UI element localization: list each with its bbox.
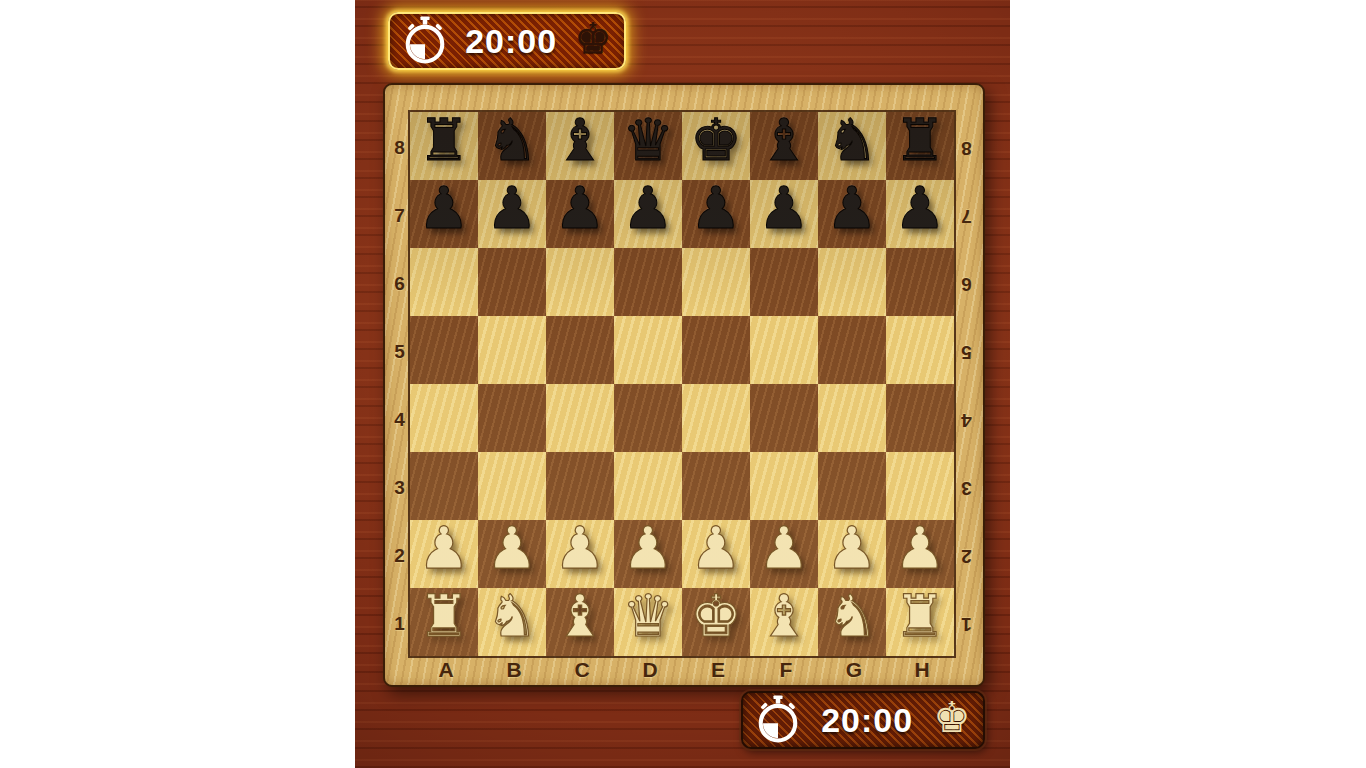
black-pawn-piece[interactable]: ♟ [682, 174, 750, 242]
rank-label-left-6: 6 [387, 250, 412, 318]
square-g4[interactable] [818, 384, 886, 452]
square-c1[interactable]: ♝ [546, 588, 614, 656]
square-d5[interactable] [614, 316, 682, 384]
white-timer-value: 20:00 [801, 701, 933, 740]
white-pawn-piece[interactable]: ♟ [614, 514, 682, 582]
square-e2[interactable]: ♟ [682, 520, 750, 588]
square-b6[interactable] [478, 248, 546, 316]
rank-label-left-8: 8 [387, 114, 412, 182]
file-label-D: D [616, 656, 684, 683]
white-pawn-piece[interactable]: ♟ [546, 514, 614, 582]
black-queen-piece[interactable]: ♛ [614, 106, 682, 174]
square-a2[interactable]: ♟ [410, 520, 478, 588]
square-e6[interactable] [682, 248, 750, 316]
file-labels-bottom: ABCDEFGH [412, 656, 956, 683]
square-f4[interactable] [750, 384, 818, 452]
rank-label-left-4: 4 [387, 386, 412, 454]
square-c7[interactable]: ♟ [546, 180, 614, 248]
rank-labels-left: 87654321 [387, 114, 412, 658]
square-b8[interactable]: ♞ [478, 112, 546, 180]
rank-labels-right: 87654321 [952, 114, 981, 658]
square-e3[interactable] [682, 452, 750, 520]
square-e5[interactable] [682, 316, 750, 384]
square-e4[interactable] [682, 384, 750, 452]
black-knight-piece[interactable]: ♞ [478, 106, 546, 174]
black-pawn-piece[interactable]: ♟ [546, 174, 614, 242]
square-b4[interactable] [478, 384, 546, 452]
squares-grid: ♜♞♝♛♚♝♞♜♟♟♟♟♟♟♟♟♟♟♟♟♟♟♟♟♜♞♝♛♚♝♞♜ [410, 112, 954, 656]
square-b5[interactable] [478, 316, 546, 384]
square-f8[interactable]: ♝ [750, 112, 818, 180]
chess-board: 87654321 ♜♞♝♛♚♝♞♜♟♟♟♟♟♟♟♟♟♟♟♟♟♟♟♟♜♞♝♛♚♝♞… [383, 83, 985, 687]
rank-label-right-8: 8 [952, 114, 981, 182]
file-label-G: G [820, 656, 888, 683]
white-pawn-piece[interactable]: ♟ [410, 514, 478, 582]
file-label-C: C [548, 656, 616, 683]
square-f6[interactable] [750, 248, 818, 316]
white-pawn-piece[interactable]: ♟ [682, 514, 750, 582]
square-a3[interactable] [410, 452, 478, 520]
rank-label-right-5: 5 [952, 318, 981, 386]
black-pawn-piece[interactable]: ♟ [614, 174, 682, 242]
square-d1[interactable]: ♛ [614, 588, 682, 656]
square-h6[interactable] [886, 248, 954, 316]
square-g8[interactable]: ♞ [818, 112, 886, 180]
square-h1[interactable]: ♜ [886, 588, 954, 656]
rank-label-right-2: 2 [952, 522, 981, 590]
square-b1[interactable]: ♞ [478, 588, 546, 656]
square-b7[interactable]: ♟ [478, 180, 546, 248]
black-king-piece[interactable]: ♚ [682, 106, 750, 174]
white-pawn-piece[interactable]: ♟ [886, 514, 954, 582]
square-g1[interactable]: ♞ [818, 588, 886, 656]
square-d3[interactable] [614, 452, 682, 520]
square-d4[interactable] [614, 384, 682, 452]
square-d6[interactable] [614, 248, 682, 316]
black-pawn-piece[interactable]: ♟ [750, 174, 818, 242]
black-king-icon: ♚ [574, 18, 612, 60]
black-rook-piece[interactable]: ♜ [410, 106, 478, 174]
rank-label-right-6: 6 [952, 250, 981, 318]
black-rook-piece[interactable]: ♜ [886, 106, 954, 174]
white-queen-piece[interactable]: ♛ [614, 582, 682, 650]
white-pawn-piece[interactable]: ♟ [478, 514, 546, 582]
square-h7[interactable]: ♟ [886, 180, 954, 248]
screen: 20:00 ♚ 87654321 ♜♞♝♛♚♝♞♜♟♟♟♟♟♟♟♟♟♟♟♟♟♟♟… [0, 0, 1366, 768]
black-knight-piece[interactable]: ♞ [818, 106, 886, 174]
square-c8[interactable]: ♝ [546, 112, 614, 180]
square-c4[interactable] [546, 384, 614, 452]
square-g5[interactable] [818, 316, 886, 384]
rank-label-left-2: 2 [387, 522, 412, 590]
rank-label-left-7: 7 [387, 182, 412, 250]
square-c6[interactable] [546, 248, 614, 316]
square-a6[interactable] [410, 248, 478, 316]
rank-label-left-1: 1 [387, 590, 412, 658]
square-f2[interactable]: ♟ [750, 520, 818, 588]
square-h4[interactable] [886, 384, 954, 452]
black-timer-value: 20:00 [448, 22, 574, 61]
black-pawn-piece[interactable]: ♟ [410, 174, 478, 242]
square-a5[interactable] [410, 316, 478, 384]
square-b2[interactable]: ♟ [478, 520, 546, 588]
white-pawn-piece[interactable]: ♟ [818, 514, 886, 582]
square-c3[interactable] [546, 452, 614, 520]
square-g6[interactable] [818, 248, 886, 316]
file-label-A: A [412, 656, 480, 683]
square-a1[interactable]: ♜ [410, 588, 478, 656]
file-label-F: F [752, 656, 820, 683]
white-pawn-piece[interactable]: ♟ [750, 514, 818, 582]
file-label-B: B [480, 656, 548, 683]
square-f5[interactable] [750, 316, 818, 384]
rank-label-right-7: 7 [952, 182, 981, 250]
rank-label-right-1: 1 [952, 590, 981, 658]
rank-label-right-4: 4 [952, 386, 981, 454]
square-c5[interactable] [546, 316, 614, 384]
white-bishop-piece[interactable]: ♝ [750, 582, 818, 650]
square-d2[interactable]: ♟ [614, 520, 682, 588]
square-h3[interactable] [886, 452, 954, 520]
white-timer-panel: 20:00 ♚ [741, 691, 985, 749]
white-knight-piece[interactable]: ♞ [478, 582, 546, 650]
stopwatch-icon [402, 16, 448, 66]
square-d7[interactable]: ♟ [614, 180, 682, 248]
square-a4[interactable] [410, 384, 478, 452]
square-b3[interactable] [478, 452, 546, 520]
file-label-E: E [684, 656, 752, 683]
square-h5[interactable] [886, 316, 954, 384]
square-g2[interactable]: ♟ [818, 520, 886, 588]
wood-table-background: 20:00 ♚ 87654321 ♜♞♝♛♚♝♞♜♟♟♟♟♟♟♟♟♟♟♟♟♟♟♟… [355, 0, 1010, 768]
white-king-piece[interactable]: ♚ [682, 582, 750, 650]
square-g7[interactable]: ♟ [818, 180, 886, 248]
square-h8[interactable]: ♜ [886, 112, 954, 180]
square-h2[interactable]: ♟ [886, 520, 954, 588]
rank-label-right-3: 3 [952, 454, 981, 522]
square-f1[interactable]: ♝ [750, 588, 818, 656]
square-e1[interactable]: ♚ [682, 588, 750, 656]
black-pawn-piece[interactable]: ♟ [478, 174, 546, 242]
file-label-H: H [888, 656, 956, 683]
rank-label-left-3: 3 [387, 454, 412, 522]
stopwatch-icon [755, 695, 801, 745]
square-e8[interactable]: ♚ [682, 112, 750, 180]
square-a7[interactable]: ♟ [410, 180, 478, 248]
square-e7[interactable]: ♟ [682, 180, 750, 248]
black-pawn-piece[interactable]: ♟ [886, 174, 954, 242]
square-f3[interactable] [750, 452, 818, 520]
rank-label-left-5: 5 [387, 318, 412, 386]
square-d8[interactable]: ♛ [614, 112, 682, 180]
white-knight-piece[interactable]: ♞ [818, 582, 886, 650]
white-rook-piece[interactable]: ♜ [886, 582, 954, 650]
square-g3[interactable] [818, 452, 886, 520]
square-c2[interactable]: ♟ [546, 520, 614, 588]
black-timer-panel: 20:00 ♚ [388, 12, 626, 70]
black-bishop-piece[interactable]: ♝ [546, 106, 614, 174]
white-king-icon: ♚ [933, 697, 971, 739]
square-f7[interactable]: ♟ [750, 180, 818, 248]
white-bishop-piece[interactable]: ♝ [546, 582, 614, 650]
square-a8[interactable]: ♜ [410, 112, 478, 180]
white-rook-piece[interactable]: ♜ [410, 582, 478, 650]
black-pawn-piece[interactable]: ♟ [818, 174, 886, 242]
black-bishop-piece[interactable]: ♝ [750, 106, 818, 174]
